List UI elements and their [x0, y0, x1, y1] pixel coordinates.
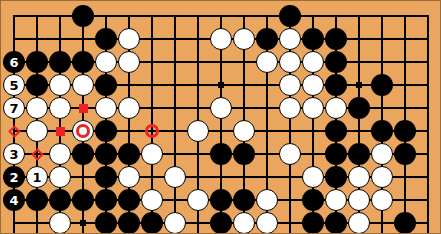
white-stone	[210, 97, 232, 119]
black-stone	[325, 74, 347, 96]
star-point	[80, 220, 86, 226]
black-stone	[325, 51, 347, 73]
white-stone	[210, 28, 232, 50]
black-stone-move-2: 2	[3, 166, 25, 188]
red-diamond-marker	[8, 125, 21, 138]
black-stone	[118, 189, 140, 211]
white-stone	[49, 74, 71, 96]
white-stone	[371, 189, 393, 211]
red-square-marker	[79, 104, 88, 113]
white-stone	[118, 166, 140, 188]
white-stone	[49, 166, 71, 188]
white-stone	[279, 51, 301, 73]
black-stone	[233, 189, 255, 211]
red-diamond-marker	[31, 148, 44, 161]
star-point	[218, 82, 224, 88]
white-stone	[325, 97, 347, 119]
white-stone	[187, 120, 209, 142]
white-stone	[279, 97, 301, 119]
white-stone	[49, 143, 71, 165]
move-number: 1	[32, 171, 41, 184]
red-circle-on-stone-marker	[76, 124, 90, 138]
black-stone	[210, 189, 232, 211]
black-stone	[394, 143, 416, 165]
black-stone	[26, 189, 48, 211]
black-stone	[394, 212, 416, 234]
black-stone	[72, 5, 94, 27]
black-stone	[118, 212, 140, 234]
black-stone	[72, 51, 94, 73]
black-stone	[279, 5, 301, 27]
grid-vline	[427, 15, 429, 234]
black-stone	[348, 143, 370, 165]
white-stone	[279, 74, 301, 96]
black-stone	[371, 74, 393, 96]
white-stone	[233, 28, 255, 50]
black-stone	[95, 166, 117, 188]
black-stone	[325, 212, 347, 234]
white-stone	[49, 97, 71, 119]
red-circle-marker	[145, 124, 159, 138]
move-number: 3	[9, 148, 18, 161]
black-stone	[72, 189, 94, 211]
black-stone	[394, 120, 416, 142]
black-stone	[325, 143, 347, 165]
black-stone-move-6: 6	[3, 51, 25, 73]
white-stone	[256, 189, 278, 211]
white-stone	[302, 166, 324, 188]
white-stone-move-1: 1	[26, 166, 48, 188]
white-stone	[95, 97, 117, 119]
star-point	[356, 82, 362, 88]
black-stone	[49, 189, 71, 211]
black-stone-move-4: 4	[3, 189, 25, 211]
white-stone	[256, 51, 278, 73]
white-stone	[302, 51, 324, 73]
white-stone	[187, 189, 209, 211]
black-stone	[118, 143, 140, 165]
grid-vline	[174, 15, 176, 234]
black-stone	[325, 120, 347, 142]
white-stone	[49, 212, 71, 234]
black-stone	[26, 74, 48, 96]
black-stone	[371, 120, 393, 142]
black-stone	[302, 28, 324, 50]
black-stone	[302, 212, 324, 234]
move-number: 7	[9, 102, 18, 115]
black-stone	[26, 51, 48, 73]
white-stone	[348, 166, 370, 188]
black-stone	[95, 143, 117, 165]
white-stone	[95, 51, 117, 73]
white-stone	[371, 143, 393, 165]
white-stone	[348, 212, 370, 234]
black-stone	[256, 28, 278, 50]
white-stone-move-3: 3	[3, 143, 25, 165]
black-stone	[141, 212, 163, 234]
black-stone	[72, 143, 94, 165]
move-number: 6	[9, 56, 18, 69]
white-stone-move-5: 5	[3, 74, 25, 96]
black-stone	[302, 189, 324, 211]
white-stone	[118, 51, 140, 73]
red-square-marker	[56, 127, 65, 136]
black-stone	[49, 51, 71, 73]
white-stone	[325, 189, 347, 211]
white-stone	[72, 74, 94, 96]
white-stone	[279, 143, 301, 165]
white-stone	[233, 120, 255, 142]
move-number: 2	[9, 171, 18, 184]
black-stone	[348, 97, 370, 119]
white-stone	[256, 212, 278, 234]
white-stone	[141, 143, 163, 165]
white-stone	[141, 189, 163, 211]
move-number: 4	[9, 194, 18, 207]
white-stone	[118, 28, 140, 50]
black-stone	[210, 143, 232, 165]
white-stone	[164, 212, 186, 234]
white-stone-move-7: 7	[3, 97, 25, 119]
black-stone	[95, 120, 117, 142]
black-stone	[95, 212, 117, 234]
white-stone	[279, 28, 301, 50]
white-stone	[118, 97, 140, 119]
white-stone	[26, 120, 48, 142]
white-stone	[26, 97, 48, 119]
white-stone	[164, 166, 186, 188]
white-stone	[302, 74, 324, 96]
white-stone	[302, 97, 324, 119]
white-stone	[371, 166, 393, 188]
go-board-diagram: 6573214	[0, 0, 441, 234]
black-stone	[233, 143, 255, 165]
white-stone	[233, 212, 255, 234]
black-stone	[325, 28, 347, 50]
black-stone	[95, 189, 117, 211]
black-stone	[325, 166, 347, 188]
black-stone	[210, 212, 232, 234]
move-number: 5	[9, 79, 18, 92]
black-stone	[95, 74, 117, 96]
black-stone	[95, 28, 117, 50]
white-stone	[348, 189, 370, 211]
